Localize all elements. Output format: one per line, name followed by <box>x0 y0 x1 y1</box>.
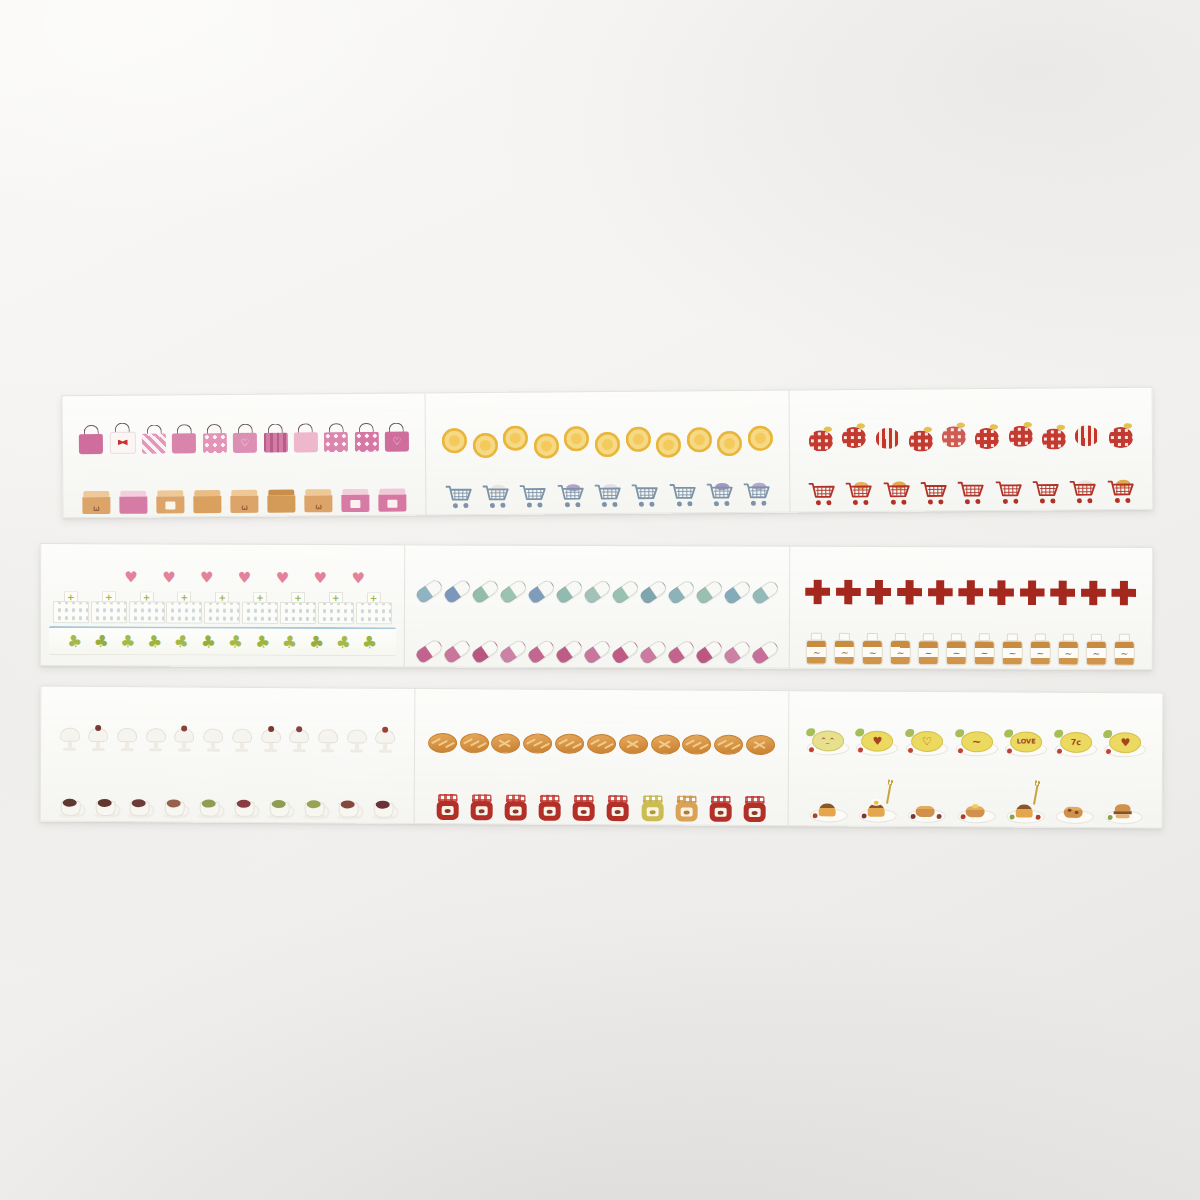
heart-icon: ♥ <box>314 571 328 586</box>
strip-segment: +♥+♥+♥+♥+♥+♥+♥++♣♣♣♣♣♣♣♣♣♣♣♣ <box>41 544 405 666</box>
strip-segment: ^_^♥♡~LOVE7c♥ <box>789 691 1163 827</box>
sticker-row <box>789 388 1152 451</box>
box-sticker: ω <box>230 490 258 513</box>
cart-sticker <box>667 480 698 509</box>
cart-sticker <box>742 480 773 509</box>
cart-sticker <box>1105 477 1136 506</box>
bottle-sticker: ~ <box>890 633 911 665</box>
bread-sticker <box>682 734 711 754</box>
capsule-sticker <box>555 579 583 603</box>
sticker-row <box>789 758 1162 827</box>
bag-sticker <box>172 424 196 453</box>
capsule-sticker <box>695 580 723 604</box>
apple-sticker <box>842 426 866 447</box>
butter <box>972 804 977 808</box>
jar-sticker <box>709 796 731 822</box>
bag-sticker: ♡ <box>233 423 257 452</box>
bag-sticker <box>294 423 318 452</box>
cart-sticker <box>443 482 474 511</box>
ketchup-decoration: ♡ <box>922 736 932 747</box>
cart-sticker <box>704 480 735 509</box>
sundae-sticker <box>146 728 166 751</box>
cherry-topping <box>182 725 188 731</box>
sticker-row: +♥+♥+♥+♥+♥+♥+♥++ <box>41 544 404 627</box>
cup-sticker <box>160 801 190 818</box>
omurice-sticker: ♥ <box>1102 729 1146 757</box>
hospital-building <box>91 601 127 623</box>
sundae-sticker <box>347 729 367 752</box>
heart-logo-icon: ♡ <box>392 436 401 446</box>
clover-sticker: ♣ <box>228 633 243 650</box>
clover-sticker: ♣ <box>147 633 162 650</box>
lettuce-garnish <box>905 729 914 737</box>
ketchup-decoration: ♥ <box>872 736 882 747</box>
capsule-sticker <box>471 579 499 603</box>
bottle-sticker: ~ <box>1114 634 1135 666</box>
cart-icon <box>480 482 511 511</box>
hospital-sticker: + <box>356 586 392 624</box>
sundae-sticker <box>174 728 194 751</box>
capsule-sticker <box>639 580 667 604</box>
jar-sticker <box>607 795 629 821</box>
bag-sticker: ♡ <box>385 422 409 451</box>
cherry-topping <box>96 725 102 731</box>
sundae-sticker <box>318 729 338 752</box>
cross-sticker <box>1111 580 1136 605</box>
capsule-sticker <box>722 640 750 664</box>
coin-sticker <box>748 423 773 448</box>
cup-sticker <box>195 802 225 819</box>
cross-sticker <box>928 580 953 605</box>
cherry-garnish <box>809 747 814 752</box>
capsule-sticker <box>638 640 666 664</box>
box-sticker: ω <box>304 489 332 512</box>
cart-icon <box>630 481 661 510</box>
plate-sticker <box>955 793 995 823</box>
cherry-garnish <box>958 748 963 753</box>
sticker-row <box>426 391 789 454</box>
capsule-sticker <box>470 640 498 664</box>
sticker-row <box>415 689 788 758</box>
hospital-building <box>318 602 354 624</box>
cart-sticker <box>881 479 912 508</box>
sundae-sticker <box>88 728 108 751</box>
cart-icon <box>667 480 698 509</box>
sticker-row <box>426 451 789 514</box>
capsule-sticker <box>667 580 695 604</box>
capsule-sticker <box>666 640 694 664</box>
clover-sticker: ♣ <box>120 633 135 650</box>
cup-sticker <box>299 802 329 819</box>
capsule-sticker <box>415 579 443 603</box>
hospital-sticker: ♥+ <box>204 586 240 624</box>
box-sticker <box>119 491 147 514</box>
coin-sticker <box>534 425 559 450</box>
bag-sticker <box>354 422 378 451</box>
heart-icon: ♥ <box>162 570 176 585</box>
capsule-sticker <box>583 579 611 603</box>
cart-sticker <box>993 478 1024 507</box>
heart-icon: ♥ <box>200 571 214 586</box>
sticker-strip-shopping: ♡♡ωωω <box>62 387 1154 519</box>
cart-icon <box>555 481 586 510</box>
apple-sticker <box>1042 425 1066 446</box>
cross-sticker <box>958 580 983 605</box>
plate-sticker <box>1102 794 1142 824</box>
cart-icon <box>806 479 837 508</box>
omurice-sticker: LOVE <box>1003 728 1047 756</box>
bread-sticker <box>460 733 489 753</box>
hospital-building <box>242 602 278 624</box>
sticker-row <box>41 754 414 823</box>
photo-desk-surface: ♡♡ωωω <box>0 0 1200 1200</box>
cart-sticker <box>555 481 586 510</box>
clover-sticker: ♣ <box>174 633 189 650</box>
cart-icon <box>993 478 1024 507</box>
heart-icon: ♥ <box>276 571 290 586</box>
capsule-sticker <box>610 640 638 664</box>
sticker-row <box>405 545 789 607</box>
bag-sticker <box>203 423 227 452</box>
capsule-sticker <box>498 640 526 664</box>
apple-sticker <box>1075 425 1099 446</box>
cart-icon <box>1030 477 1061 506</box>
clover-sticker: ♣ <box>93 633 108 650</box>
cross-sticker <box>866 579 891 604</box>
capsule-sticker <box>750 641 778 665</box>
cart-sticker <box>1067 477 1098 506</box>
bottle-sticker: ~ <box>1002 633 1023 665</box>
cart-icon <box>956 478 987 507</box>
clover-sticker: ♣ <box>309 633 324 650</box>
sticker-row: ♣♣♣♣♣♣♣♣♣♣♣♣ <box>49 626 396 656</box>
cherry-garnish <box>908 748 913 753</box>
clover-sticker: ♣ <box>282 633 297 650</box>
box-sticker <box>379 489 407 512</box>
bag-sticker <box>263 423 287 452</box>
box-sticker <box>267 489 295 512</box>
coin-sticker <box>687 424 712 449</box>
lettuce-garnish <box>955 729 964 737</box>
apple-sticker <box>1108 424 1132 445</box>
pancake <box>1063 807 1082 818</box>
pudding <box>819 803 836 816</box>
sundae-sticker <box>261 729 281 752</box>
cart-sticker <box>518 481 549 510</box>
hospital-building <box>356 602 392 624</box>
bread-sticker <box>746 735 775 755</box>
sundae-sticker <box>289 729 309 752</box>
cup-sticker <box>55 801 85 818</box>
bread-sticker <box>651 734 680 754</box>
bottle-sticker: ~ <box>974 633 995 665</box>
box-sticker <box>342 489 370 512</box>
capsule-sticker <box>554 640 582 664</box>
hospital-building <box>53 601 89 623</box>
coin-sticker <box>472 425 497 450</box>
heart-logo-icon: ♡ <box>241 437 250 447</box>
cart-sticker <box>844 479 875 508</box>
hospital-building <box>280 602 316 624</box>
bread-sticker <box>555 734 584 754</box>
box-face-mark: ω <box>315 503 322 511</box>
heart-icon: ♥ <box>238 571 252 586</box>
sundae-sticker <box>203 729 223 752</box>
cup-sticker <box>334 802 364 819</box>
ketchup-decoration: LOVE <box>1017 739 1036 746</box>
lettuce-garnish <box>1054 730 1063 738</box>
sticker-row: ~~~~~~~~~~~~ <box>789 607 1152 669</box>
pancake <box>965 806 984 817</box>
bread-sticker <box>523 734 552 754</box>
cart-sticker <box>480 482 511 511</box>
cross-sticker <box>897 580 922 605</box>
jar-sticker <box>471 794 493 820</box>
sticker-row <box>789 547 1152 609</box>
cross-sticker <box>805 579 830 604</box>
capsule-sticker <box>611 580 639 604</box>
jar-sticker <box>743 796 765 822</box>
apple-sticker <box>875 426 899 447</box>
bow-icon <box>118 439 128 445</box>
strip-segment <box>789 388 1152 512</box>
plate-sticker <box>857 793 897 823</box>
ketchup-decoration: ^_^ <box>821 738 835 745</box>
pudding <box>868 804 885 817</box>
ketchup-decoration: 7c <box>1071 738 1081 746</box>
apple-sticker <box>809 427 833 448</box>
jar-sticker <box>505 794 527 820</box>
cart-icon <box>881 479 912 508</box>
cart-icon <box>592 481 623 510</box>
cup-sticker <box>229 802 259 819</box>
cup-sticker <box>369 803 399 820</box>
box-face-mark: ω <box>241 504 248 512</box>
apple-sticker <box>975 425 999 446</box>
hospital-sticker: + <box>53 585 89 623</box>
sundae-sticker <box>232 729 252 752</box>
cart-icon <box>518 481 549 510</box>
sticker-strip-hospital: +♥+♥+♥+♥+♥+♥+♥++♣♣♣♣♣♣♣♣♣♣♣♣~~~~~~~~~~~~ <box>40 543 1153 670</box>
hospital-sticker: ♥+ <box>166 585 202 623</box>
capsule-sticker <box>527 579 555 603</box>
box-face-mark: ω <box>93 505 100 513</box>
bottle-sticker: ~ <box>834 633 855 665</box>
cherry-garnish <box>1057 749 1062 754</box>
sticker-row: ♡♡ <box>63 393 426 456</box>
jar-sticker <box>539 795 561 821</box>
ketchup-decoration: ~ <box>972 736 981 747</box>
capsule-sticker <box>582 640 610 664</box>
plate-sticker <box>906 793 946 823</box>
cherry-topping <box>268 726 274 732</box>
heart-icon: ♥ <box>124 570 138 585</box>
cart-icon <box>704 480 735 509</box>
bread-sticker <box>428 733 457 753</box>
fork-icon <box>1033 785 1039 805</box>
bottle-sticker: ~ <box>1086 634 1107 666</box>
cup-sticker <box>264 802 294 819</box>
sticker-row: ωωω <box>63 454 426 517</box>
jar-sticker <box>573 795 595 821</box>
cross-sticker <box>836 579 861 604</box>
cart-icon <box>918 478 949 507</box>
cart-sticker <box>956 478 987 507</box>
fork-icon <box>886 784 892 804</box>
box-sticker <box>193 490 221 513</box>
cup-sticker <box>125 801 155 818</box>
hospital-sticker: ♥+ <box>318 586 354 624</box>
hospital-building <box>204 602 240 624</box>
cross-sticker <box>989 580 1014 605</box>
pudding <box>1015 805 1032 818</box>
apple-sticker <box>942 426 966 447</box>
clover-sticker: ♣ <box>201 633 216 650</box>
jar-sticker <box>437 794 459 820</box>
clover-sticker: ♣ <box>335 634 350 651</box>
strip-segment <box>41 687 416 823</box>
strip-segment <box>426 391 790 515</box>
bag-sticker <box>142 424 166 453</box>
box-label <box>165 501 175 509</box>
coin-sticker <box>503 425 528 450</box>
cart-icon <box>1067 477 1098 506</box>
strip-segment: ~~~~~~~~~~~~ <box>789 547 1152 669</box>
capsule-sticker <box>694 640 722 664</box>
cart-icon <box>844 479 875 508</box>
sticker-strip-food: ^_^♥♡~LOVE7c♥ <box>40 686 1164 829</box>
clover-sticker: ♣ <box>255 633 270 650</box>
cart-icon <box>443 482 474 511</box>
cart-sticker <box>592 481 623 510</box>
sticker-row <box>41 687 414 756</box>
coin-sticker <box>625 424 650 449</box>
hospital-building <box>128 601 164 623</box>
box-label <box>388 499 398 507</box>
coin-sticker <box>656 424 681 449</box>
fried-egg <box>871 799 882 806</box>
sticker-row: ^_^♥♡~LOVE7c♥ <box>789 691 1162 760</box>
cross-sticker <box>1081 580 1106 605</box>
cup-sticker <box>90 801 120 818</box>
bread-sticker <box>619 734 648 754</box>
clover-sticker: ♣ <box>66 633 81 650</box>
cross-sticker <box>1020 580 1045 605</box>
cart-icon <box>742 480 773 509</box>
bottle-sticker: ~ <box>806 633 827 665</box>
lettuce-garnish <box>806 728 815 736</box>
hospital-sticker: ♥+ <box>128 585 164 623</box>
cart-sticker <box>630 481 661 510</box>
cart-sticker <box>918 478 949 507</box>
capsule-sticker <box>526 640 554 664</box>
sundae-sticker <box>117 728 137 751</box>
capsule-sticker <box>499 579 527 603</box>
capsule-sticker <box>443 579 471 603</box>
box-label <box>351 499 361 507</box>
omurice-sticker: 7c <box>1053 729 1097 757</box>
bag-sticker <box>109 422 135 453</box>
strip-segment: ♡♡ωωω <box>63 393 427 517</box>
box-sticker: ω <box>82 491 110 514</box>
omurice-sticker: ♥ <box>854 728 898 756</box>
coin-sticker <box>442 426 467 451</box>
cross-sticker <box>1050 580 1075 605</box>
omurice-sticker: ~ <box>954 728 998 756</box>
cart-sticker <box>1030 477 1061 506</box>
bag-sticker <box>324 423 348 452</box>
plate-sticker <box>1053 794 1093 824</box>
hospital-sticker: ♥+ <box>91 585 127 623</box>
bottle-sticker: ~ <box>1058 634 1079 666</box>
clover-sticker: ♣ <box>362 634 377 651</box>
cart-icon <box>1105 477 1136 506</box>
hospital-building <box>166 601 202 623</box>
hospital-sticker: ♥+ <box>242 586 278 624</box>
bread-sticker <box>492 733 521 753</box>
bread-sticker <box>587 734 616 754</box>
pancake <box>916 806 935 817</box>
apple-sticker <box>909 426 933 447</box>
heart-icon: ♥ <box>351 571 365 586</box>
apple-sticker <box>1009 425 1033 446</box>
bread-sticker <box>714 735 743 755</box>
capsule-sticker <box>442 639 470 663</box>
bottle-sticker: ~ <box>946 633 967 665</box>
bottle-sticker: ~ <box>862 633 883 665</box>
coin-sticker <box>717 423 742 448</box>
bag-sticker <box>79 424 103 453</box>
sticker-row <box>415 756 788 825</box>
sundae-sticker <box>375 730 395 753</box>
plate-sticker <box>1004 793 1044 823</box>
cart-sticker <box>806 479 837 508</box>
hospital-sticker: ♥+ <box>280 586 316 624</box>
strip-segment <box>415 689 790 825</box>
box-sticker <box>156 490 184 513</box>
bottle-sticker: ~ <box>1030 634 1051 666</box>
sticker-row <box>790 448 1153 511</box>
capsule-sticker <box>723 580 751 604</box>
omurice-sticker: ♡ <box>904 728 948 756</box>
cherry-topping <box>296 726 302 732</box>
plate-sticker <box>808 792 848 822</box>
bottle-sticker: ~ <box>918 633 939 665</box>
strip-segment <box>404 545 789 667</box>
sticker-row <box>404 606 788 668</box>
omurice-sticker: ^_^ <box>805 727 849 755</box>
capsule-sticker <box>751 580 779 604</box>
jar-sticker <box>641 795 663 821</box>
coin-sticker <box>595 424 620 449</box>
ketchup-decoration: ♥ <box>1121 737 1131 748</box>
capsule-sticker <box>414 639 442 663</box>
coin-sticker <box>564 425 589 450</box>
sundae-sticker <box>60 728 80 751</box>
jar-sticker <box>675 795 697 821</box>
cherry-topping <box>382 727 388 733</box>
